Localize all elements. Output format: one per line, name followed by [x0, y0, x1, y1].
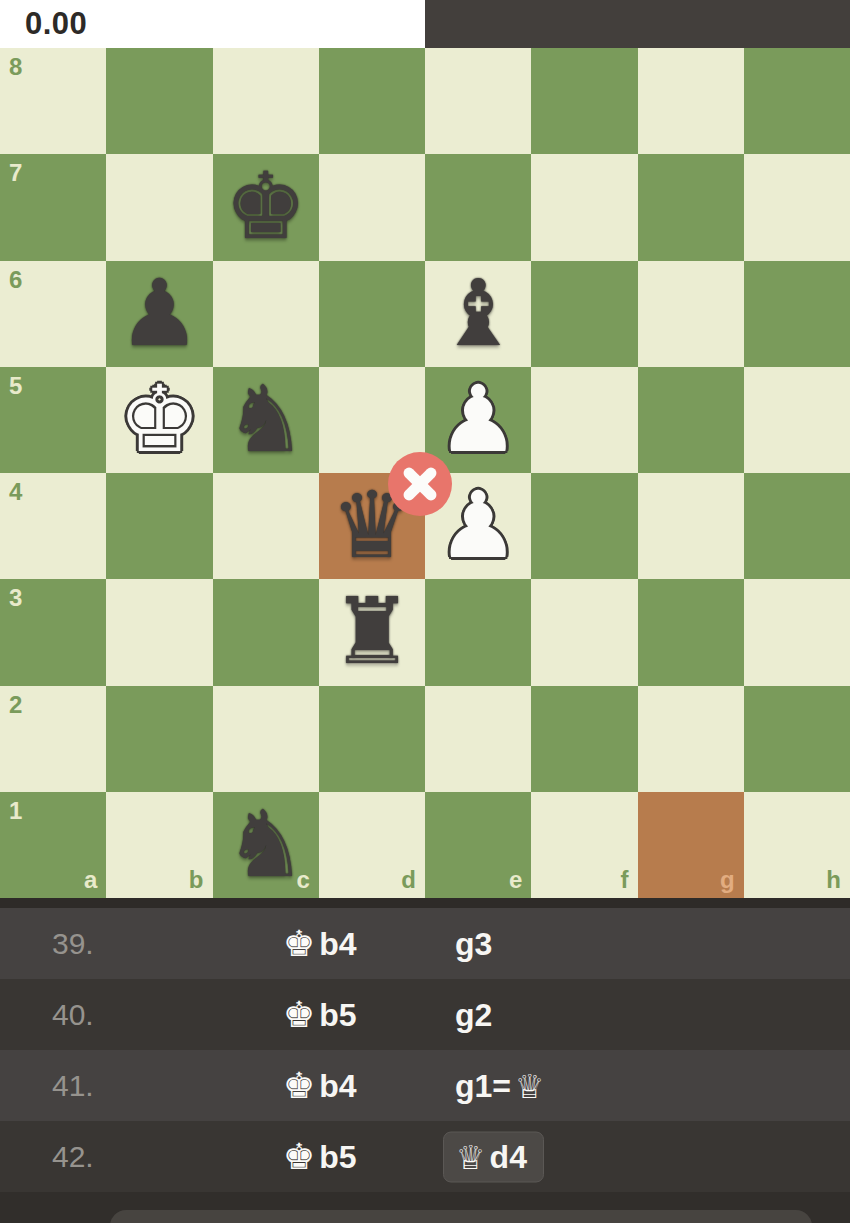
square-g6[interactable]: [638, 261, 744, 367]
move-row-41: 41.♚b4g1=♕: [0, 1050, 850, 1121]
move-row-42: 42.♚b5♕d4: [0, 1121, 850, 1192]
file-label-a: a: [84, 868, 97, 892]
square-a4[interactable]: 4: [0, 473, 106, 579]
move-number: 39.: [52, 927, 94, 961]
move-text: d4: [490, 1138, 527, 1175]
file-label-c: c: [296, 868, 309, 892]
square-b5[interactable]: ♚: [106, 367, 212, 473]
square-a2[interactable]: 2: [0, 686, 106, 792]
square-f8[interactable]: [531, 48, 637, 154]
move-black[interactable]: g3: [443, 925, 492, 962]
king-piece-icon: ♚: [283, 997, 315, 1033]
rank-label-2: 2: [9, 693, 22, 717]
move-text: b4: [319, 925, 356, 962]
move-white[interactable]: ♚b4: [283, 1067, 357, 1104]
piece-white-pawn[interactable]: ♟: [437, 367, 519, 473]
piece-white-king[interactable]: ♚: [118, 367, 200, 473]
square-c8[interactable]: [213, 48, 319, 154]
evaluation-bar: 0.00: [0, 0, 850, 48]
square-h6[interactable]: [744, 261, 850, 367]
square-f7[interactable]: [531, 154, 637, 260]
square-b6[interactable]: ♟: [106, 261, 212, 367]
square-f1[interactable]: f: [531, 792, 637, 898]
square-a3[interactable]: 3: [0, 579, 106, 685]
square-a7[interactable]: 7: [0, 154, 106, 260]
piece-black-pawn[interactable]: ♟: [118, 261, 200, 367]
evaluation-score: 0.00: [25, 0, 87, 48]
piece-black-knight[interactable]: ♞: [224, 367, 306, 473]
square-a6[interactable]: 6: [0, 261, 106, 367]
square-a5[interactable]: 5: [0, 367, 106, 473]
square-b4[interactable]: [106, 473, 212, 579]
square-e1[interactable]: e: [425, 792, 531, 898]
square-f6[interactable]: [531, 261, 637, 367]
rank-label-8: 8: [9, 55, 22, 79]
square-f3[interactable]: [531, 579, 637, 685]
move-white[interactable]: ♚b5: [283, 1138, 357, 1175]
bottom-sheet[interactable]: [110, 1210, 812, 1223]
square-c2[interactable]: [213, 686, 319, 792]
move-black[interactable]: g2: [443, 996, 492, 1033]
square-d2[interactable]: [319, 686, 425, 792]
square-g1[interactable]: g: [638, 792, 744, 898]
square-g4[interactable]: [638, 473, 744, 579]
move-row-39: 39.♚b4g3: [0, 908, 850, 979]
square-d8[interactable]: [319, 48, 425, 154]
move-row-40: 40.♚b5g2: [0, 979, 850, 1050]
square-d7[interactable]: [319, 154, 425, 260]
square-g3[interactable]: [638, 579, 744, 685]
incorrect-move-badge: [388, 452, 452, 516]
move-black[interactable]: ♕d4: [443, 1131, 544, 1182]
square-e6[interactable]: ♝: [425, 261, 531, 367]
piece-black-rook[interactable]: ♜: [331, 579, 413, 685]
move-number: 42.: [52, 1140, 94, 1174]
square-e8[interactable]: [425, 48, 531, 154]
rank-label-1: 1: [9, 799, 22, 823]
king-piece-icon: ♚: [283, 1068, 315, 1104]
king-piece-icon: ♚: [283, 1139, 315, 1175]
move-number: 40.: [52, 998, 94, 1032]
square-h7[interactable]: [744, 154, 850, 260]
square-h3[interactable]: [744, 579, 850, 685]
queen-piece-icon: ♕: [456, 1140, 486, 1173]
move-text: g3: [455, 925, 492, 962]
square-c3[interactable]: [213, 579, 319, 685]
move-text: g2: [455, 996, 492, 1033]
square-c5[interactable]: ♞: [213, 367, 319, 473]
rank-label-6: 6: [9, 268, 22, 292]
board-shadow: [0, 898, 850, 908]
square-h4[interactable]: [744, 473, 850, 579]
file-label-h: h: [826, 868, 841, 892]
rank-label-7: 7: [9, 161, 22, 185]
square-e2[interactable]: [425, 686, 531, 792]
square-h1[interactable]: h: [744, 792, 850, 898]
move-text: g1=: [455, 1067, 511, 1104]
piece-black-bishop[interactable]: ♝: [437, 261, 519, 367]
move-white[interactable]: ♚b5: [283, 996, 357, 1033]
square-h8[interactable]: [744, 48, 850, 154]
file-label-d: d: [401, 868, 416, 892]
move-text: b4: [319, 1067, 356, 1104]
square-e5[interactable]: ♟: [425, 367, 531, 473]
square-a8[interactable]: 8: [0, 48, 106, 154]
square-g7[interactable]: [638, 154, 744, 260]
square-f2[interactable]: [531, 686, 637, 792]
square-b7[interactable]: [106, 154, 212, 260]
square-a1[interactable]: 1a: [0, 792, 106, 898]
square-g2[interactable]: [638, 686, 744, 792]
piece-black-king[interactable]: ♚: [224, 154, 306, 260]
square-f4[interactable]: [531, 473, 637, 579]
square-b8[interactable]: [106, 48, 212, 154]
move-list: 39.♚b4g340.♚b5g241.♚b4g1=♕42.♚b5♕d4: [0, 898, 850, 1192]
move-text: b5: [319, 1138, 356, 1175]
move-black[interactable]: g1=♕: [443, 1067, 545, 1104]
square-d6[interactable]: [319, 261, 425, 367]
square-d3[interactable]: ♜: [319, 579, 425, 685]
square-b3[interactable]: [106, 579, 212, 685]
square-c6[interactable]: [213, 261, 319, 367]
king-piece-icon: ♚: [283, 926, 315, 962]
move-text: b5: [319, 996, 356, 1033]
square-d1[interactable]: d: [319, 792, 425, 898]
square-f5[interactable]: [531, 367, 637, 473]
evaluation-bar-black-section: [425, 0, 850, 48]
square-h5[interactable]: [744, 367, 850, 473]
move-number: 41.: [52, 1069, 94, 1103]
file-label-g: g: [720, 868, 735, 892]
square-h2[interactable]: [744, 686, 850, 792]
queen-piece-icon: ♕: [515, 1069, 545, 1102]
square-b2[interactable]: [106, 686, 212, 792]
piece-black-knight[interactable]: ♞: [224, 792, 306, 898]
square-c4[interactable]: [213, 473, 319, 579]
file-label-f: f: [621, 868, 629, 892]
rank-label-4: 4: [9, 480, 22, 504]
chess-app-screen: 0.00 87♚6♟♝5♚♞♟4♛♟3♜21abc♞defgh 39.♚b4g3…: [0, 0, 850, 1223]
move-white[interactable]: ♚b4: [283, 925, 357, 962]
square-c7[interactable]: ♚: [213, 154, 319, 260]
square-b1[interactable]: b: [106, 792, 212, 898]
file-label-b: b: [189, 868, 204, 892]
rank-label-3: 3: [9, 586, 22, 610]
rank-label-5: 5: [9, 374, 22, 398]
file-label-e: e: [509, 868, 522, 892]
square-e7[interactable]: [425, 154, 531, 260]
square-c1[interactable]: c♞: [213, 792, 319, 898]
square-g8[interactable]: [638, 48, 744, 154]
square-g5[interactable]: [638, 367, 744, 473]
square-e3[interactable]: [425, 579, 531, 685]
